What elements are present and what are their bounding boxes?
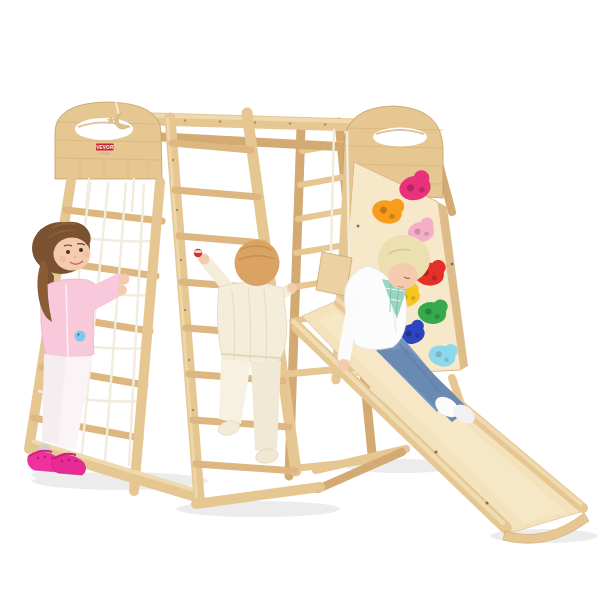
eye <box>66 250 70 254</box>
left-arch-panel: VEVOR <box>55 102 162 179</box>
ladder-rail <box>170 118 199 498</box>
ladder-rung <box>175 190 258 197</box>
hand <box>119 274 130 285</box>
net-rung <box>66 210 162 221</box>
ladder-rung <box>300 177 344 185</box>
cardigan-print <box>75 331 86 342</box>
hanging-rope <box>132 179 134 211</box>
nose <box>74 256 76 258</box>
hand <box>287 283 297 293</box>
hand <box>117 285 127 295</box>
rail-highlight <box>168 118 197 498</box>
red-toy-band <box>194 250 202 253</box>
hair-back <box>235 240 280 286</box>
playset-illustration: VEVOR <box>0 0 600 600</box>
ladder-rung <box>196 464 295 471</box>
pants-leg <box>219 359 251 424</box>
child-toddler-ladder <box>194 240 297 465</box>
blush <box>83 251 89 257</box>
blush <box>60 256 67 263</box>
product-photo: VEVOR <box>0 0 600 600</box>
brand-subtext <box>100 153 111 155</box>
pants-leg <box>251 361 281 451</box>
net-right-rail <box>134 182 160 491</box>
sweater-body <box>217 282 287 365</box>
print-detail <box>77 333 79 335</box>
ladder-rung <box>298 210 348 219</box>
eye <box>79 248 83 252</box>
face <box>388 263 418 289</box>
hand <box>338 359 350 371</box>
brand-label-text: VEVOR <box>96 145 114 150</box>
